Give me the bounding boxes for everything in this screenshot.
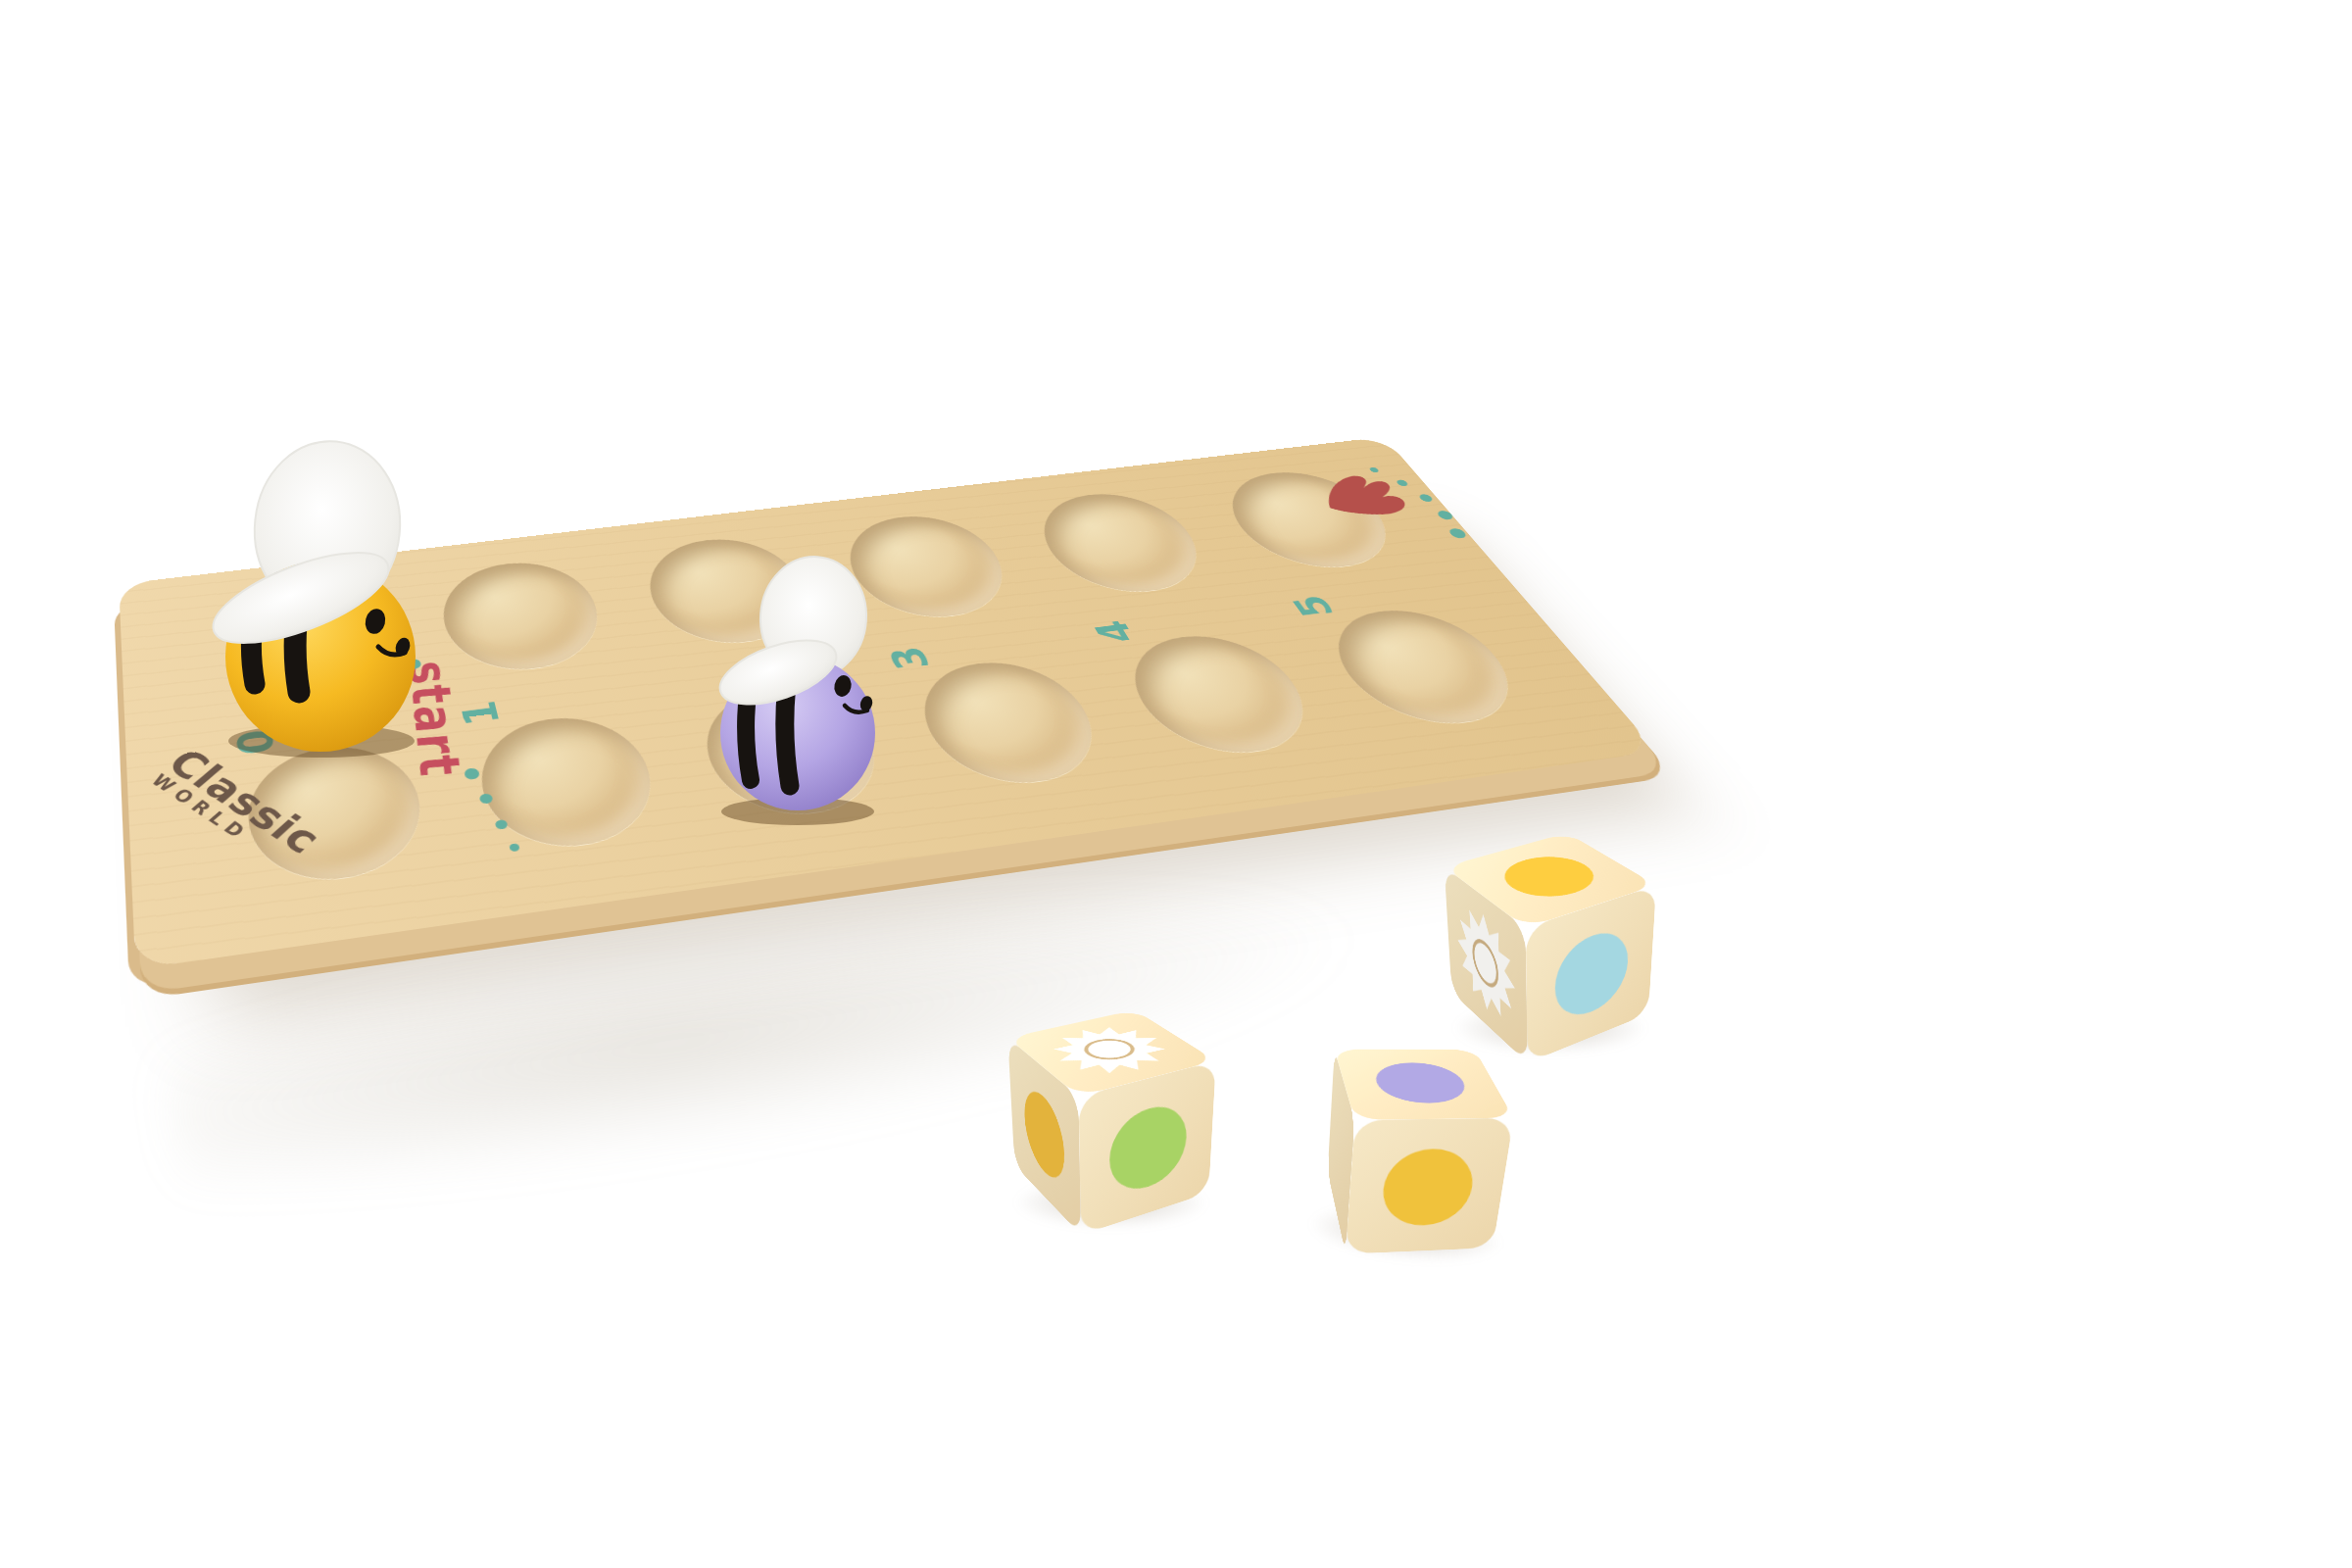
purple-dot-icon (1369, 1062, 1473, 1103)
column-label-5: 5 (1277, 584, 1351, 628)
die-3[interactable] (1295, 1026, 1532, 1263)
green-dot-icon (1109, 1098, 1188, 1199)
die-1[interactable] (1441, 831, 1656, 1047)
scene: 0 1 3 4 5 start Classic WORLD (0, 0, 2352, 1568)
die-2[interactable] (1002, 1005, 1217, 1221)
yellow-dot-icon (1023, 1078, 1065, 1193)
column-label-4: 4 (1079, 609, 1151, 655)
path-dot (495, 819, 509, 830)
path-dot (509, 843, 520, 852)
yellow-dot-icon (1488, 850, 1610, 905)
hole-far-4[interactable] (1022, 487, 1222, 600)
die-face-front (1346, 1118, 1514, 1254)
cyan-dot-icon (1554, 922, 1629, 1025)
yellow-bee-piece[interactable] (208, 429, 433, 758)
finish-dot (1436, 511, 1455, 520)
hole-far-1[interactable] (433, 556, 612, 678)
yellow-dot-icon (1380, 1148, 1478, 1227)
finish-dot (1447, 528, 1469, 539)
die-face-top (1335, 1050, 1514, 1120)
purple-bee-piece[interactable] (696, 537, 897, 826)
path-dot (464, 767, 480, 780)
